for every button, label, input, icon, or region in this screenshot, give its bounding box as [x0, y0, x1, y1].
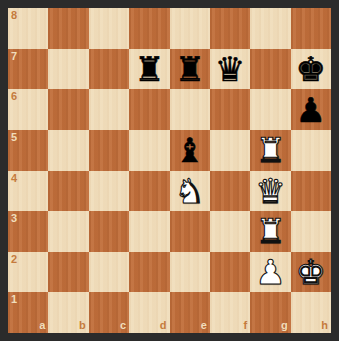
- piece-white-queen[interactable]: ♛: [255, 174, 285, 208]
- piece-black-king[interactable]: ♚: [296, 52, 326, 86]
- square-d3[interactable]: [129, 211, 169, 252]
- rank-label-7: 7: [11, 51, 17, 62]
- square-d1[interactable]: d: [129, 292, 169, 333]
- square-f8[interactable]: [210, 8, 250, 49]
- square-a7[interactable]: 7: [8, 49, 48, 90]
- chess-app-window: { "game": "chess", "window": { "backgrou…: [0, 0, 339, 341]
- square-f4[interactable]: [210, 171, 250, 212]
- piece-white-pawn[interactable]: ♟: [255, 255, 285, 289]
- rank-label-4: 4: [11, 173, 17, 184]
- file-label-h: h: [321, 320, 328, 331]
- square-g8[interactable]: [250, 8, 290, 49]
- rank-label-3: 3: [11, 213, 17, 224]
- square-a2[interactable]: 2: [8, 252, 48, 293]
- rank-label-6: 6: [11, 91, 17, 102]
- square-b2[interactable]: [48, 252, 88, 293]
- piece-black-pawn[interactable]: ♟: [296, 93, 326, 127]
- square-h8[interactable]: [291, 8, 331, 49]
- file-label-e: e: [201, 320, 207, 331]
- square-a1[interactable]: 1a: [8, 292, 48, 333]
- square-d2[interactable]: [129, 252, 169, 293]
- piece-white-rook[interactable]: ♜: [255, 214, 285, 248]
- square-b4[interactable]: [48, 171, 88, 212]
- square-d5[interactable]: [129, 130, 169, 171]
- square-h2[interactable]: ♚: [291, 252, 331, 293]
- square-c5[interactable]: [89, 130, 129, 171]
- square-c2[interactable]: [89, 252, 129, 293]
- square-b8[interactable]: [48, 8, 88, 49]
- file-label-f: f: [244, 320, 248, 331]
- square-a4[interactable]: 4: [8, 171, 48, 212]
- square-c1[interactable]: c: [89, 292, 129, 333]
- square-h6[interactable]: ♟: [291, 89, 331, 130]
- square-h3[interactable]: [291, 211, 331, 252]
- piece-white-king[interactable]: ♚: [296, 255, 326, 289]
- rank-label-2: 2: [11, 254, 17, 265]
- square-c8[interactable]: [89, 8, 129, 49]
- file-label-a: a: [39, 320, 45, 331]
- piece-black-rook[interactable]: ♜: [134, 52, 164, 86]
- square-e4[interactable]: ♞: [170, 171, 210, 212]
- square-f5[interactable]: [210, 130, 250, 171]
- rank-label-5: 5: [11, 132, 17, 143]
- square-f3[interactable]: [210, 211, 250, 252]
- square-a6[interactable]: 6: [8, 89, 48, 130]
- square-c6[interactable]: [89, 89, 129, 130]
- square-f1[interactable]: f: [210, 292, 250, 333]
- square-b1[interactable]: b: [48, 292, 88, 333]
- square-f7[interactable]: ♛: [210, 49, 250, 90]
- square-e1[interactable]: e: [170, 292, 210, 333]
- square-e5[interactable]: ♝: [170, 130, 210, 171]
- square-b6[interactable]: [48, 89, 88, 130]
- piece-white-rook[interactable]: ♜: [255, 133, 285, 167]
- square-g2[interactable]: ♟: [250, 252, 290, 293]
- square-d7[interactable]: ♜: [129, 49, 169, 90]
- piece-black-queen[interactable]: ♛: [215, 52, 245, 86]
- file-label-d: d: [160, 320, 167, 331]
- square-c7[interactable]: [89, 49, 129, 90]
- square-f2[interactable]: [210, 252, 250, 293]
- square-h1[interactable]: h: [291, 292, 331, 333]
- square-d6[interactable]: [129, 89, 169, 130]
- square-g6[interactable]: [250, 89, 290, 130]
- rank-label-8: 8: [11, 10, 17, 21]
- square-c4[interactable]: [89, 171, 129, 212]
- square-g7[interactable]: [250, 49, 290, 90]
- rank-label-1: 1: [11, 294, 17, 305]
- square-h4[interactable]: [291, 171, 331, 212]
- square-e6[interactable]: [170, 89, 210, 130]
- square-d4[interactable]: [129, 171, 169, 212]
- file-label-g: g: [281, 320, 288, 331]
- square-c3[interactable]: [89, 211, 129, 252]
- square-g4[interactable]: ♛: [250, 171, 290, 212]
- square-f6[interactable]: [210, 89, 250, 130]
- square-e3[interactable]: [170, 211, 210, 252]
- square-e8[interactable]: [170, 8, 210, 49]
- square-a8[interactable]: 8: [8, 8, 48, 49]
- square-g3[interactable]: ♜: [250, 211, 290, 252]
- file-label-c: c: [120, 320, 126, 331]
- file-label-b: b: [79, 320, 86, 331]
- square-b5[interactable]: [48, 130, 88, 171]
- square-e7[interactable]: ♜: [170, 49, 210, 90]
- square-b7[interactable]: [48, 49, 88, 90]
- square-d8[interactable]: [129, 8, 169, 49]
- square-g5[interactable]: ♜: [250, 130, 290, 171]
- square-b3[interactable]: [48, 211, 88, 252]
- piece-black-rook[interactable]: ♜: [174, 52, 204, 86]
- chess-board: 87♜♜♛♚6♟5♝♜4♞♛3♜2♟♚1abcdefgh: [8, 8, 331, 333]
- square-a3[interactable]: 3: [8, 211, 48, 252]
- square-a5[interactable]: 5: [8, 130, 48, 171]
- piece-black-bishop[interactable]: ♝: [174, 133, 204, 167]
- square-h7[interactable]: ♚: [291, 49, 331, 90]
- square-g1[interactable]: g: [250, 292, 290, 333]
- square-e2[interactable]: [170, 252, 210, 293]
- piece-white-knight[interactable]: ♞: [174, 174, 204, 208]
- square-h5[interactable]: [291, 130, 331, 171]
